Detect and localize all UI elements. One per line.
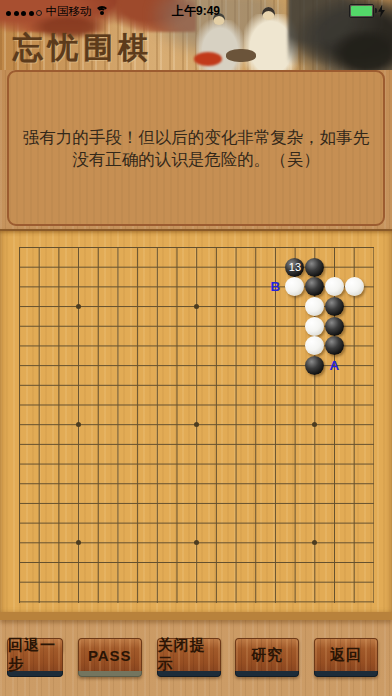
hint-text: 强有力的手段！但以后的变化非常复杂，如事先没有正确的认识是危险的。（吴） xyxy=(19,126,373,170)
star-point xyxy=(194,422,199,427)
study-button-label: 研究 xyxy=(235,638,299,671)
stone-white xyxy=(325,277,344,296)
hint-dialog: 强有力的手段！但以后的变化非常复杂，如事先没有正确的认识是危险的。（吴） xyxy=(7,70,385,226)
app-title: 忘忧围棋 xyxy=(13,28,153,69)
carrier-label: 中国移动 xyxy=(46,4,92,19)
red-cloth-art xyxy=(194,52,222,66)
stone-black: 13 xyxy=(285,258,304,277)
button-bar: 回退一步 PASS 关闭提示 研究 返回 xyxy=(0,638,392,677)
signal-strength-icon xyxy=(6,2,45,20)
stone-white xyxy=(305,297,324,316)
undo-button[interactable]: 回退一步 xyxy=(7,638,63,652)
study-button[interactable]: 研究 xyxy=(235,638,299,677)
goban[interactable]: 13BA xyxy=(10,238,384,612)
ink-rocks-art xyxy=(332,30,392,70)
stone-black xyxy=(325,297,344,316)
star-point xyxy=(312,540,317,545)
small-goban-art xyxy=(226,49,256,62)
stone-black xyxy=(305,356,324,375)
back-button[interactable]: 返回 xyxy=(314,638,378,677)
stone-black xyxy=(325,336,344,355)
close-hint-button-label: 关闭提示 xyxy=(157,638,221,671)
button-edge xyxy=(235,671,299,677)
undo-button-label: 回退一步 xyxy=(7,638,63,671)
stone-black xyxy=(325,317,344,336)
close-hint-button[interactable]: 关闭提示 xyxy=(157,638,221,677)
stone-black xyxy=(305,258,324,277)
star-point xyxy=(194,540,199,545)
battery-fill xyxy=(351,6,372,16)
charging-bolt-icon xyxy=(377,5,386,18)
move-number: 13 xyxy=(289,262,301,273)
goban-cells[interactable]: 13BA xyxy=(10,238,384,612)
button-edge xyxy=(78,671,142,677)
star-point xyxy=(312,422,317,427)
back-button-label: 返回 xyxy=(314,638,378,671)
stone-white xyxy=(285,277,304,296)
app-screen: 忘忧围棋 中国移动 上午9:49 强有力的手段！但以后的变化非常复杂，如事先没有… xyxy=(0,0,392,696)
star-point xyxy=(76,422,81,427)
star-point xyxy=(76,540,81,545)
star-point xyxy=(76,304,81,309)
star-point xyxy=(194,304,199,309)
move-label-A[interactable]: A xyxy=(329,359,339,373)
go-board[interactable]: 13BA xyxy=(0,229,392,620)
wifi-icon xyxy=(95,6,109,17)
status-bar: 中国移动 上午9:49 xyxy=(0,0,392,22)
move-label-B[interactable]: B xyxy=(270,280,280,294)
stone-black xyxy=(305,277,324,296)
pass-button[interactable]: PASS xyxy=(78,638,142,677)
button-edge xyxy=(314,671,378,677)
stone-white xyxy=(345,277,364,296)
pass-button-label: PASS xyxy=(78,638,142,671)
battery-icon xyxy=(349,4,374,18)
stone-white xyxy=(305,336,324,355)
stone-white xyxy=(305,317,324,336)
